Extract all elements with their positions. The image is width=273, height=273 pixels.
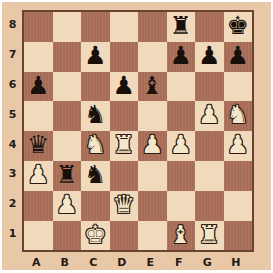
chess-board: ♜♚♟♟♟♟♟♟♝♞♟♞♛♞♜♟♟♟♟♜♞♟♛♚♝♜ bbox=[22, 10, 254, 252]
square-f8[interactable]: ♜ bbox=[167, 12, 196, 42]
square-c8[interactable] bbox=[81, 12, 110, 42]
square-d4[interactable]: ♜ bbox=[110, 131, 139, 161]
piece-white-n-h5[interactable]: ♞ bbox=[227, 101, 249, 130]
square-f3[interactable] bbox=[167, 161, 196, 191]
file-label-f: F bbox=[165, 254, 194, 270]
piece-white-p-h4[interactable]: ♟ bbox=[227, 131, 249, 160]
square-c3[interactable]: ♞ bbox=[81, 161, 110, 191]
piece-black-p-c7[interactable]: ♟ bbox=[84, 42, 106, 71]
square-e7[interactable] bbox=[138, 42, 167, 72]
rank-label-5: 5 bbox=[4, 99, 21, 129]
square-g1[interactable]: ♜ bbox=[195, 221, 224, 251]
piece-black-p-a6[interactable]: ♟ bbox=[27, 72, 49, 101]
square-h4[interactable]: ♟ bbox=[224, 131, 253, 161]
square-e6[interactable]: ♝ bbox=[138, 72, 167, 102]
square-d2[interactable]: ♛ bbox=[110, 191, 139, 221]
square-c5[interactable]: ♞ bbox=[81, 101, 110, 131]
piece-black-p-f7[interactable]: ♟ bbox=[170, 42, 192, 71]
piece-white-r-d4[interactable]: ♜ bbox=[113, 131, 135, 160]
square-b1[interactable] bbox=[53, 221, 82, 251]
square-b3[interactable]: ♜ bbox=[53, 161, 82, 191]
square-c6[interactable] bbox=[81, 72, 110, 102]
piece-white-p-g5[interactable]: ♟ bbox=[198, 101, 220, 130]
square-h8[interactable]: ♚ bbox=[224, 12, 253, 42]
square-b7[interactable] bbox=[53, 42, 82, 72]
file-label-c: C bbox=[79, 254, 108, 270]
square-f7[interactable]: ♟ bbox=[167, 42, 196, 72]
square-a6[interactable]: ♟ bbox=[24, 72, 53, 102]
square-b8[interactable] bbox=[53, 12, 82, 42]
square-d3[interactable] bbox=[110, 161, 139, 191]
square-g2[interactable] bbox=[195, 191, 224, 221]
rank-label-6: 6 bbox=[4, 70, 21, 100]
rank-label-1: 1 bbox=[4, 219, 21, 249]
square-f5[interactable] bbox=[167, 101, 196, 131]
piece-black-n-c5[interactable]: ♞ bbox=[84, 101, 106, 130]
rank-label-2: 2 bbox=[4, 189, 21, 219]
piece-white-n-c4[interactable]: ♞ bbox=[84, 131, 106, 160]
square-a1[interactable] bbox=[24, 221, 53, 251]
piece-black-b-e6[interactable]: ♝ bbox=[141, 72, 163, 101]
square-c7[interactable]: ♟ bbox=[81, 42, 110, 72]
piece-white-p-b2[interactable]: ♟ bbox=[56, 191, 78, 220]
piece-black-p-d6[interactable]: ♟ bbox=[113, 72, 135, 101]
square-f2[interactable] bbox=[167, 191, 196, 221]
piece-black-q-a4[interactable]: ♛ bbox=[27, 131, 49, 160]
square-e3[interactable] bbox=[138, 161, 167, 191]
piece-black-p-g7[interactable]: ♟ bbox=[198, 42, 220, 71]
square-h7[interactable]: ♟ bbox=[224, 42, 253, 72]
square-g4[interactable] bbox=[195, 131, 224, 161]
file-label-e: E bbox=[136, 254, 165, 270]
square-d7[interactable] bbox=[110, 42, 139, 72]
square-a3[interactable]: ♟ bbox=[24, 161, 53, 191]
square-g3[interactable] bbox=[195, 161, 224, 191]
square-g7[interactable]: ♟ bbox=[195, 42, 224, 72]
file-label-d: D bbox=[108, 254, 137, 270]
square-h6[interactable] bbox=[224, 72, 253, 102]
square-d6[interactable]: ♟ bbox=[110, 72, 139, 102]
square-f1[interactable]: ♝ bbox=[167, 221, 196, 251]
file-label-b: B bbox=[51, 254, 80, 270]
piece-black-r-f8[interactable]: ♜ bbox=[170, 12, 192, 41]
square-c1[interactable]: ♚ bbox=[81, 221, 110, 251]
square-f4[interactable]: ♟ bbox=[167, 131, 196, 161]
square-a7[interactable] bbox=[24, 42, 53, 72]
square-a8[interactable] bbox=[24, 12, 53, 42]
square-b2[interactable]: ♟ bbox=[53, 191, 82, 221]
square-g8[interactable] bbox=[195, 12, 224, 42]
piece-black-k-h8[interactable]: ♚ bbox=[227, 12, 249, 41]
square-a4[interactable]: ♛ bbox=[24, 131, 53, 161]
file-label-h: H bbox=[222, 254, 251, 270]
square-e8[interactable] bbox=[138, 12, 167, 42]
file-label-g: G bbox=[193, 254, 222, 270]
square-h3[interactable] bbox=[224, 161, 253, 191]
square-e1[interactable] bbox=[138, 221, 167, 251]
piece-white-b-f1[interactable]: ♝ bbox=[170, 221, 192, 250]
square-g5[interactable]: ♟ bbox=[195, 101, 224, 131]
piece-white-q-d2[interactable]: ♛ bbox=[113, 191, 135, 220]
square-g6[interactable] bbox=[195, 72, 224, 102]
file-label-a: A bbox=[22, 254, 51, 270]
piece-white-p-a3[interactable]: ♟ bbox=[27, 161, 49, 190]
square-c4[interactable]: ♞ bbox=[81, 131, 110, 161]
square-e4[interactable]: ♟ bbox=[138, 131, 167, 161]
square-e2[interactable] bbox=[138, 191, 167, 221]
square-h1[interactable] bbox=[224, 221, 253, 251]
square-d5[interactable] bbox=[110, 101, 139, 131]
piece-black-p-h7[interactable]: ♟ bbox=[227, 42, 249, 71]
piece-black-n-c3[interactable]: ♞ bbox=[84, 161, 106, 190]
rank-label-8: 8 bbox=[4, 10, 21, 40]
piece-white-p-e4[interactable]: ♟ bbox=[141, 131, 163, 160]
rank-label-7: 7 bbox=[4, 40, 21, 70]
piece-black-r-b3[interactable]: ♜ bbox=[56, 161, 78, 190]
square-d1[interactable] bbox=[110, 221, 139, 251]
piece-white-r-g1[interactable]: ♜ bbox=[198, 221, 220, 250]
square-b6[interactable] bbox=[53, 72, 82, 102]
square-d8[interactable] bbox=[110, 12, 139, 42]
square-b5[interactable] bbox=[53, 101, 82, 131]
square-f6[interactable] bbox=[167, 72, 196, 102]
square-a2[interactable] bbox=[24, 191, 53, 221]
square-h2[interactable] bbox=[224, 191, 253, 221]
board-margin: ♜♚♟♟♟♟♟♟♝♞♟♞♛♞♜♟♟♟♟♜♞♟♛♚♝♜ 87654321 ABCD… bbox=[2, 2, 271, 270]
piece-white-k-c1[interactable]: ♚ bbox=[84, 221, 106, 250]
rank-label-3: 3 bbox=[4, 159, 21, 189]
square-b4[interactable] bbox=[53, 131, 82, 161]
square-c2[interactable] bbox=[81, 191, 110, 221]
rank-label-4: 4 bbox=[4, 129, 21, 159]
square-a5[interactable] bbox=[24, 101, 53, 131]
piece-white-p-f4[interactable]: ♟ bbox=[170, 131, 192, 160]
square-h5[interactable]: ♞ bbox=[224, 101, 253, 131]
square-e5[interactable] bbox=[138, 101, 167, 131]
